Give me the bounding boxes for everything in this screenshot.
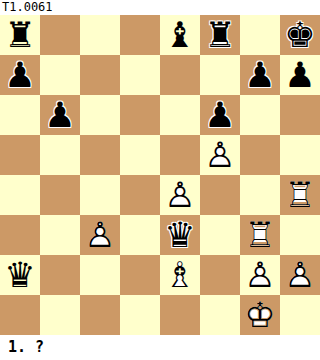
square-c5[interactable]: [80, 135, 120, 175]
piece-white-pawn: ♟: [80, 215, 120, 255]
square-h5[interactable]: [280, 135, 320, 175]
chess-board: ♜♝♜♚♟♟♟♟♟♟♙♟♙♜♖♟♙♛♜♖♛♝♗♟♙♟♙♚♔: [0, 15, 320, 335]
square-b1[interactable]: [40, 295, 80, 335]
piece-white-rook-outline: ♖: [240, 215, 280, 255]
square-e1[interactable]: [160, 295, 200, 335]
piece-black-pawn: ♟: [240, 55, 280, 95]
square-f2[interactable]: [200, 255, 240, 295]
square-h1[interactable]: [280, 295, 320, 335]
square-b5[interactable]: [40, 135, 80, 175]
piece-white-rook: ♜: [240, 215, 280, 255]
puzzle-id: T1.0061: [0, 0, 320, 15]
square-a6[interactable]: [0, 95, 40, 135]
move-prompt: 1. ?: [0, 335, 320, 360]
square-b3[interactable]: [40, 215, 80, 255]
square-e4[interactable]: ♟♙: [160, 175, 200, 215]
piece-white-rook-outline: ♖: [280, 175, 320, 215]
piece-white-bishop: ♝: [160, 255, 200, 295]
square-g4[interactable]: [240, 175, 280, 215]
square-b7[interactable]: [40, 55, 80, 95]
square-c1[interactable]: [80, 295, 120, 335]
square-d1[interactable]: [120, 295, 160, 335]
square-b8[interactable]: [40, 15, 80, 55]
square-g8[interactable]: [240, 15, 280, 55]
square-e6[interactable]: [160, 95, 200, 135]
square-a3[interactable]: [0, 215, 40, 255]
piece-black-pawn: ♟: [40, 95, 80, 135]
square-a1[interactable]: [0, 295, 40, 335]
piece-black-queen: ♛: [160, 215, 200, 255]
piece-white-pawn-outline: ♙: [160, 175, 200, 215]
square-h3[interactable]: [280, 215, 320, 255]
piece-white-pawn: ♟: [200, 135, 240, 175]
piece-black-king: ♚: [280, 15, 320, 55]
square-d7[interactable]: [120, 55, 160, 95]
square-h7[interactable]: ♟: [280, 55, 320, 95]
piece-white-king-outline: ♔: [240, 295, 280, 335]
square-f4[interactable]: [200, 175, 240, 215]
square-a8[interactable]: ♜: [0, 15, 40, 55]
square-e5[interactable]: [160, 135, 200, 175]
piece-white-pawn-outline: ♙: [80, 215, 120, 255]
square-f7[interactable]: [200, 55, 240, 95]
piece-white-king: ♚: [240, 295, 280, 335]
square-f5[interactable]: ♟♙: [200, 135, 240, 175]
piece-white-pawn-outline: ♙: [280, 255, 320, 295]
piece-white-rook: ♜: [280, 175, 320, 215]
square-c2[interactable]: [80, 255, 120, 295]
square-f1[interactable]: [200, 295, 240, 335]
piece-black-rook: ♜: [200, 15, 240, 55]
square-g1[interactable]: ♚♔: [240, 295, 280, 335]
square-a5[interactable]: [0, 135, 40, 175]
square-h8[interactable]: ♚: [280, 15, 320, 55]
square-c8[interactable]: [80, 15, 120, 55]
piece-white-pawn: ♟: [240, 255, 280, 295]
square-b4[interactable]: [40, 175, 80, 215]
piece-white-pawn-outline: ♙: [240, 255, 280, 295]
square-d3[interactable]: [120, 215, 160, 255]
square-f8[interactable]: ♜: [200, 15, 240, 55]
piece-white-pawn: ♟: [280, 255, 320, 295]
square-g3[interactable]: ♜♖: [240, 215, 280, 255]
square-a7[interactable]: ♟: [0, 55, 40, 95]
square-c7[interactable]: [80, 55, 120, 95]
square-g7[interactable]: ♟: [240, 55, 280, 95]
piece-black-pawn: ♟: [280, 55, 320, 95]
square-b6[interactable]: ♟: [40, 95, 80, 135]
square-c3[interactable]: ♟♙: [80, 215, 120, 255]
square-g5[interactable]: [240, 135, 280, 175]
square-d6[interactable]: [120, 95, 160, 135]
square-d5[interactable]: [120, 135, 160, 175]
square-h4[interactable]: ♜♖: [280, 175, 320, 215]
square-d2[interactable]: [120, 255, 160, 295]
piece-black-pawn: ♟: [200, 95, 240, 135]
square-d4[interactable]: [120, 175, 160, 215]
square-g2[interactable]: ♟♙: [240, 255, 280, 295]
piece-white-pawn-outline: ♙: [200, 135, 240, 175]
square-g6[interactable]: [240, 95, 280, 135]
square-a2[interactable]: ♛: [0, 255, 40, 295]
piece-black-pawn: ♟: [0, 55, 40, 95]
square-b2[interactable]: [40, 255, 80, 295]
square-c4[interactable]: [80, 175, 120, 215]
square-f3[interactable]: [200, 215, 240, 255]
square-e7[interactable]: [160, 55, 200, 95]
piece-black-queen: ♛: [0, 255, 40, 295]
square-e3[interactable]: ♛: [160, 215, 200, 255]
piece-black-bishop: ♝: [160, 15, 200, 55]
square-e8[interactable]: ♝: [160, 15, 200, 55]
square-c6[interactable]: [80, 95, 120, 135]
piece-white-pawn: ♟: [160, 175, 200, 215]
square-h6[interactable]: [280, 95, 320, 135]
piece-white-bishop-outline: ♗: [160, 255, 200, 295]
square-f6[interactable]: ♟: [200, 95, 240, 135]
piece-black-rook: ♜: [0, 15, 40, 55]
square-a4[interactable]: [0, 175, 40, 215]
square-h2[interactable]: ♟♙: [280, 255, 320, 295]
square-d8[interactable]: [120, 15, 160, 55]
square-e2[interactable]: ♝♗: [160, 255, 200, 295]
